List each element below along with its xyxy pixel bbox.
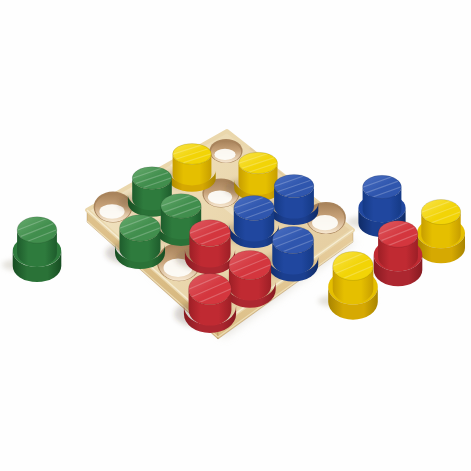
pegs [13, 144, 465, 333]
peg-yellow-offboard-right-cluster-front[interactable] [328, 252, 378, 320]
photo-canvas [0, 0, 471, 471]
peg-board-scene [0, 0, 471, 471]
peg-red-offboard-right-cluster-center[interactable] [374, 221, 423, 287]
hole-r0c0[interactable] [209, 139, 242, 163]
peg-yellow-offboard-right-cluster-right[interactable] [417, 199, 465, 263]
peg-green-offboard-left-of-board[interactable] [13, 217, 62, 282]
